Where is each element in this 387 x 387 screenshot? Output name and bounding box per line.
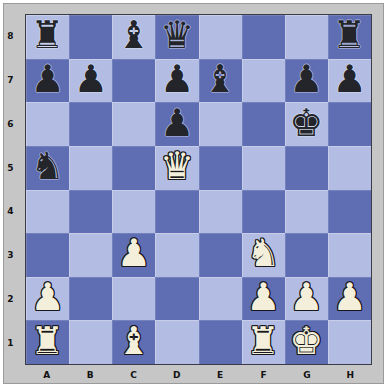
piece-black-rook[interactable]: ♜ <box>31 16 65 54</box>
square-f2[interactable]: ♟ <box>242 277 285 321</box>
square-d5[interactable]: ♛ <box>155 146 198 190</box>
square-c7[interactable] <box>112 59 155 103</box>
square-b5[interactable] <box>69 146 112 190</box>
file-label-g: G <box>285 365 328 383</box>
chess-board: ♜♝♛♜♟♟♟♝♟♟♟♚♞♛♟♞♟♟♟♟♜♝♜♚ <box>25 14 372 365</box>
rank-label-3: 3 <box>4 233 25 277</box>
square-d7[interactable]: ♟ <box>155 59 198 103</box>
square-f8[interactable] <box>242 15 285 59</box>
chess-diagram-window: 8 7 6 5 4 3 2 1 ♜♝♛♜♟♟♟♝♟♟♟♚♞♛♟♞♟♟♟♟♜♝♜♚… <box>0 0 387 387</box>
rank-label-7: 7 <box>4 58 25 102</box>
piece-white-knight[interactable]: ♞ <box>246 234 280 272</box>
rank-label-5: 5 <box>4 146 25 190</box>
square-d6[interactable]: ♟ <box>155 102 198 146</box>
square-a7[interactable]: ♟ <box>26 59 69 103</box>
rank-labels: 8 7 6 5 4 3 2 1 <box>4 14 25 365</box>
square-h4[interactable] <box>328 190 371 234</box>
square-h8[interactable]: ♜ <box>328 15 371 59</box>
square-f3[interactable]: ♞ <box>242 233 285 277</box>
file-label-a: A <box>25 365 68 383</box>
file-label-h: H <box>329 365 372 383</box>
square-a6[interactable] <box>26 102 69 146</box>
square-d8[interactable]: ♛ <box>155 15 198 59</box>
piece-white-rook[interactable]: ♜ <box>246 322 280 360</box>
square-a2[interactable]: ♟ <box>26 277 69 321</box>
square-g2[interactable]: ♟ <box>285 277 328 321</box>
square-f6[interactable] <box>242 102 285 146</box>
square-f1[interactable]: ♜ <box>242 320 285 364</box>
square-c1[interactable]: ♝ <box>112 320 155 364</box>
square-e2[interactable] <box>199 277 242 321</box>
square-e4[interactable] <box>199 190 242 234</box>
square-g3[interactable] <box>285 233 328 277</box>
square-c8[interactable]: ♝ <box>112 15 155 59</box>
square-h3[interactable] <box>328 233 371 277</box>
square-g1[interactable]: ♚ <box>285 320 328 364</box>
square-h1[interactable] <box>328 320 371 364</box>
square-b1[interactable] <box>69 320 112 364</box>
piece-black-pawn[interactable]: ♟ <box>289 60 323 98</box>
square-b3[interactable] <box>69 233 112 277</box>
file-labels: A B C D E F G H <box>25 365 372 383</box>
file-label-f: F <box>242 365 285 383</box>
piece-black-pawn[interactable]: ♟ <box>332 60 366 98</box>
square-h6[interactable] <box>328 102 371 146</box>
square-f5[interactable] <box>242 146 285 190</box>
square-b8[interactable] <box>69 15 112 59</box>
piece-white-pawn[interactable]: ♟ <box>289 278 323 316</box>
piece-white-queen[interactable]: ♛ <box>160 147 194 185</box>
rank-label-8: 8 <box>4 14 25 58</box>
square-h5[interactable] <box>328 146 371 190</box>
piece-white-rook[interactable]: ♜ <box>31 322 65 360</box>
piece-black-king[interactable]: ♚ <box>289 104 323 142</box>
square-b2[interactable] <box>69 277 112 321</box>
file-label-c: C <box>112 365 155 383</box>
square-g7[interactable]: ♟ <box>285 59 328 103</box>
square-e3[interactable] <box>199 233 242 277</box>
piece-white-pawn[interactable]: ♟ <box>117 234 151 272</box>
square-g6[interactable]: ♚ <box>285 102 328 146</box>
square-a3[interactable] <box>26 233 69 277</box>
square-d4[interactable] <box>155 190 198 234</box>
square-d1[interactable] <box>155 320 198 364</box>
square-e1[interactable] <box>199 320 242 364</box>
square-a8[interactable]: ♜ <box>26 15 69 59</box>
square-c6[interactable] <box>112 102 155 146</box>
square-b4[interactable] <box>69 190 112 234</box>
square-a1[interactable]: ♜ <box>26 320 69 364</box>
piece-white-pawn[interactable]: ♟ <box>31 278 65 316</box>
piece-black-pawn[interactable]: ♟ <box>160 104 194 142</box>
square-b7[interactable]: ♟ <box>69 59 112 103</box>
square-d3[interactable] <box>155 233 198 277</box>
square-a5[interactable]: ♞ <box>26 146 69 190</box>
square-f7[interactable] <box>242 59 285 103</box>
file-label-d: D <box>155 365 198 383</box>
square-d2[interactable] <box>155 277 198 321</box>
square-g8[interactable] <box>285 15 328 59</box>
square-c2[interactable] <box>112 277 155 321</box>
square-b6[interactable] <box>69 102 112 146</box>
piece-black-pawn[interactable]: ♟ <box>160 60 194 98</box>
square-e5[interactable] <box>199 146 242 190</box>
piece-black-bishop[interactable]: ♝ <box>117 16 151 54</box>
piece-black-pawn[interactable]: ♟ <box>74 60 108 98</box>
square-g5[interactable] <box>285 146 328 190</box>
piece-black-knight[interactable]: ♞ <box>31 147 65 185</box>
square-c5[interactable] <box>112 146 155 190</box>
square-f4[interactable] <box>242 190 285 234</box>
rank-label-1: 1 <box>4 321 25 365</box>
rank-label-2: 2 <box>4 277 25 321</box>
square-e8[interactable] <box>199 15 242 59</box>
square-a4[interactable] <box>26 190 69 234</box>
piece-black-queen[interactable]: ♛ <box>160 16 194 54</box>
piece-white-pawn[interactable]: ♟ <box>246 278 280 316</box>
piece-black-bishop[interactable]: ♝ <box>203 60 237 98</box>
rank-label-6: 6 <box>4 102 25 146</box>
piece-black-rook[interactable]: ♜ <box>332 16 366 54</box>
square-h2[interactable]: ♟ <box>328 277 371 321</box>
square-e6[interactable] <box>199 102 242 146</box>
square-h7[interactable]: ♟ <box>328 59 371 103</box>
square-c4[interactable] <box>112 190 155 234</box>
board-frame: 8 7 6 5 4 3 2 1 ♜♝♛♜♟♟♟♝♟♟♟♚♞♛♟♞♟♟♟♟♜♝♜♚… <box>3 3 384 384</box>
square-e7[interactable]: ♝ <box>199 59 242 103</box>
piece-black-pawn[interactable]: ♟ <box>31 60 65 98</box>
piece-white-king[interactable]: ♚ <box>289 322 323 360</box>
piece-white-bishop[interactable]: ♝ <box>117 322 151 360</box>
square-g4[interactable] <box>285 190 328 234</box>
rank-label-4: 4 <box>4 190 25 234</box>
piece-white-pawn[interactable]: ♟ <box>332 278 366 316</box>
file-label-b: B <box>68 365 111 383</box>
file-label-e: E <box>199 365 242 383</box>
square-c3[interactable]: ♟ <box>112 233 155 277</box>
